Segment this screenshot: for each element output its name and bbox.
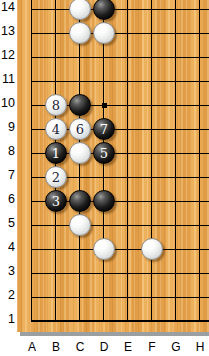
white-stone-D13[interactable] — [93, 22, 115, 44]
row-label-5: 5 — [0, 211, 15, 235]
row-label-1: 1 — [0, 307, 15, 331]
row-label-2: 2 — [0, 283, 15, 307]
move-number-3: 3 — [52, 194, 60, 207]
white-stone-F4[interactable] — [141, 238, 163, 260]
row-label-14: 14 — [0, 0, 15, 19]
white-stone-C14[interactable] — [69, 0, 91, 20]
row-label-7: 7 — [0, 163, 15, 187]
col-label-G: G — [164, 340, 188, 354]
white-stone-C5[interactable] — [69, 214, 91, 236]
black-stone-D14[interactable] — [93, 0, 115, 20]
black-stone-D9[interactable]: 7 — [93, 118, 115, 140]
move-number-5: 5 — [100, 146, 108, 159]
black-stone-C10[interactable] — [69, 94, 91, 116]
white-stone-B7[interactable]: 2 — [45, 166, 67, 188]
white-stone-C13[interactable] — [69, 22, 91, 44]
white-stone-C9[interactable]: 6 — [69, 118, 91, 140]
row-label-4: 4 — [0, 235, 15, 259]
row-label-10: 10 — [0, 91, 15, 115]
row-label-9: 9 — [0, 115, 15, 139]
black-stone-C6[interactable] — [69, 190, 91, 212]
black-stone-D6[interactable] — [93, 190, 115, 212]
move-number-8: 8 — [52, 98, 60, 111]
row-label-6: 6 — [0, 187, 15, 211]
black-stone-B8[interactable]: 1 — [45, 142, 67, 164]
white-stone-B10[interactable]: 8 — [45, 94, 67, 116]
star-point-D10 — [102, 103, 107, 108]
col-label-H: H — [188, 340, 209, 354]
move-number-7: 7 — [100, 122, 108, 135]
move-number-2: 2 — [52, 170, 60, 183]
white-stone-B9[interactable]: 4 — [45, 118, 67, 140]
col-label-F: F — [140, 340, 164, 354]
col-label-C: C — [68, 340, 92, 354]
move-number-4: 4 — [52, 122, 60, 135]
row-label-8: 8 — [0, 139, 15, 163]
go-board-diagram: 84621753 1413121110987654321 ABCDEFGH — [0, 0, 209, 356]
col-label-E: E — [116, 340, 140, 354]
row-label-12: 12 — [0, 43, 15, 67]
col-label-D: D — [92, 340, 116, 354]
white-stone-D4[interactable] — [93, 238, 115, 260]
black-stone-B6[interactable]: 3 — [45, 190, 67, 212]
move-number-6: 6 — [76, 122, 84, 135]
board-grid[interactable]: 84621753 — [20, 0, 209, 333]
col-label-A: A — [20, 340, 44, 354]
row-label-3: 3 — [0, 259, 15, 283]
black-stone-D8[interactable]: 5 — [93, 142, 115, 164]
row-label-11: 11 — [0, 67, 15, 91]
col-label-B: B — [44, 340, 68, 354]
move-number-1: 1 — [52, 146, 60, 159]
white-stone-C8[interactable] — [69, 142, 91, 164]
row-label-13: 13 — [0, 19, 15, 43]
